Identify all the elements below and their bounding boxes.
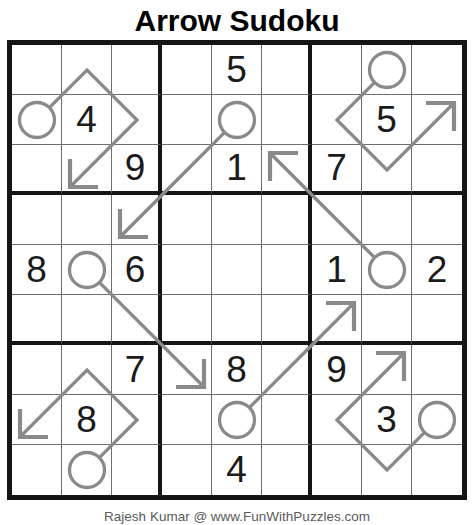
cell-r6c4[interactable]: [162, 295, 212, 345]
cell-r4c6[interactable]: [262, 195, 312, 245]
cell-r8c2[interactable]: 8: [62, 395, 112, 445]
cell-r9c7[interactable]: [312, 445, 362, 495]
cell-r1c8[interactable]: [362, 45, 412, 95]
cell-r7c2[interactable]: [62, 345, 112, 395]
cell-r6c9[interactable]: [412, 295, 462, 345]
cell-r7c6[interactable]: [262, 345, 312, 395]
cell-r7c5[interactable]: 8: [212, 345, 262, 395]
cell-r5c6[interactable]: [262, 245, 312, 295]
cell-r9c8[interactable]: [362, 445, 412, 495]
cell-r7c9[interactable]: [412, 345, 462, 395]
cell-r6c7[interactable]: [312, 295, 362, 345]
cell-r5c7[interactable]: 1: [312, 245, 362, 295]
page-title: Arrow Sudoku: [0, 0, 474, 39]
cell-r4c4[interactable]: [162, 195, 212, 245]
cell-r3c5[interactable]: 1: [212, 145, 262, 195]
cell-r9c2[interactable]: [62, 445, 112, 495]
cell-r2c2[interactable]: 4: [62, 95, 112, 145]
cell-r2c9[interactable]: [412, 95, 462, 145]
cell-r7c8[interactable]: [362, 345, 412, 395]
cell-r1c5[interactable]: 5: [212, 45, 262, 95]
cell-r2c1[interactable]: [12, 95, 62, 145]
cell-r2c4[interactable]: [162, 95, 212, 145]
cell-r8c5[interactable]: [212, 395, 262, 445]
cell-r4c8[interactable]: [362, 195, 412, 245]
cell-r3c1[interactable]: [12, 145, 62, 195]
cell-r4c7[interactable]: [312, 195, 362, 245]
cell-r7c7[interactable]: 9: [312, 345, 362, 395]
cell-r1c4[interactable]: [162, 45, 212, 95]
cell-r2c7[interactable]: [312, 95, 362, 145]
cell-r6c6[interactable]: [262, 295, 312, 345]
sudoku-board: 5459178612789834: [7, 40, 467, 500]
cell-r5c4[interactable]: [162, 245, 212, 295]
sudoku-grid: 5459178612789834: [12, 45, 462, 495]
cell-r6c1[interactable]: [12, 295, 62, 345]
cell-r8c6[interactable]: [262, 395, 312, 445]
cell-r7c4[interactable]: [162, 345, 212, 395]
cell-r9c9[interactable]: [412, 445, 462, 495]
cell-r4c5[interactable]: [212, 195, 262, 245]
cell-r7c1[interactable]: [12, 345, 62, 395]
cell-r3c3[interactable]: 9: [112, 145, 162, 195]
cell-r4c2[interactable]: [62, 195, 112, 245]
cell-r8c1[interactable]: [12, 395, 62, 445]
cell-r7c3[interactable]: 7: [112, 345, 162, 395]
cell-r9c1[interactable]: [12, 445, 62, 495]
cell-r5c9[interactable]: 2: [412, 245, 462, 295]
cell-r5c5[interactable]: [212, 245, 262, 295]
cell-r9c6[interactable]: [262, 445, 312, 495]
cell-r6c3[interactable]: [112, 295, 162, 345]
cell-r3c2[interactable]: [62, 145, 112, 195]
cell-r4c9[interactable]: [412, 195, 462, 245]
credit-text: Rajesh Kumar @ www.FunWithPuzzles.com: [0, 500, 474, 524]
cell-r2c8[interactable]: 5: [362, 95, 412, 145]
cell-r3c9[interactable]: [412, 145, 462, 195]
cell-r1c7[interactable]: [312, 45, 362, 95]
cell-r8c3[interactable]: [112, 395, 162, 445]
cell-r6c8[interactable]: [362, 295, 412, 345]
cell-r9c5[interactable]: 4: [212, 445, 262, 495]
cell-r8c7[interactable]: [312, 395, 362, 445]
cell-r3c8[interactable]: [362, 145, 412, 195]
cell-r1c2[interactable]: [62, 45, 112, 95]
cell-r1c3[interactable]: [112, 45, 162, 95]
cell-r6c5[interactable]: [212, 295, 262, 345]
cell-r4c3[interactable]: [112, 195, 162, 245]
cell-r8c8[interactable]: 3: [362, 395, 412, 445]
cell-r6c2[interactable]: [62, 295, 112, 345]
cell-r9c3[interactable]: [112, 445, 162, 495]
cell-r2c3[interactable]: [112, 95, 162, 145]
cell-r8c9[interactable]: [412, 395, 462, 445]
cell-r5c1[interactable]: 8: [12, 245, 62, 295]
cell-r9c4[interactable]: [162, 445, 212, 495]
cell-r5c8[interactable]: [362, 245, 412, 295]
cell-r2c6[interactable]: [262, 95, 312, 145]
cell-r8c4[interactable]: [162, 395, 212, 445]
cell-r5c3[interactable]: 6: [112, 245, 162, 295]
cell-r1c1[interactable]: [12, 45, 62, 95]
cell-r3c4[interactable]: [162, 145, 212, 195]
cell-r4c1[interactable]: [12, 195, 62, 245]
cell-r1c6[interactable]: [262, 45, 312, 95]
cell-r1c9[interactable]: [412, 45, 462, 95]
cell-r3c7[interactable]: 7: [312, 145, 362, 195]
cell-r2c5[interactable]: [212, 95, 262, 145]
cell-r3c6[interactable]: [262, 145, 312, 195]
cell-r5c2[interactable]: [62, 245, 112, 295]
